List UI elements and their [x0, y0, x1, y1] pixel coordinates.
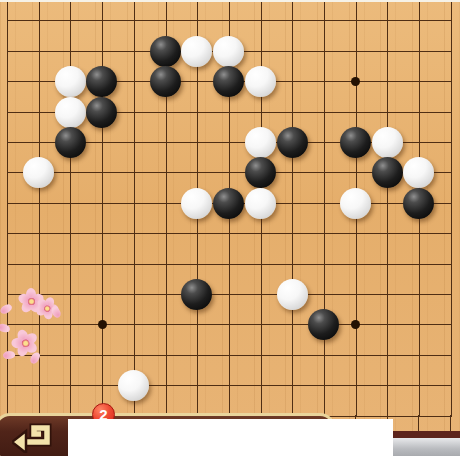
- stone-white: [181, 188, 212, 219]
- screen-top-edge: [0, 0, 460, 2]
- stone-black: [150, 36, 181, 67]
- stone-black: [86, 97, 117, 128]
- return-button[interactable]: [12, 421, 59, 453]
- stone-white: [23, 157, 54, 188]
- stone-black: [372, 157, 403, 188]
- stone-black: [340, 127, 371, 158]
- stone-white: [403, 157, 434, 188]
- stone-black: [245, 157, 276, 188]
- stone-black: [403, 188, 434, 219]
- stone-black: [86, 66, 117, 97]
- stone-white: [55, 66, 86, 97]
- stone-white: [245, 188, 276, 219]
- return-arrow-icon: [12, 421, 59, 453]
- stone-white: [181, 36, 212, 67]
- board-bottom-rim: [385, 431, 460, 438]
- stone-white: [118, 370, 149, 401]
- stone-black: [213, 66, 244, 97]
- stone-white: [245, 127, 276, 158]
- stone-black: [277, 127, 308, 158]
- stone-white: [213, 36, 244, 67]
- stone-black: [181, 279, 212, 310]
- blank-white-panel: [68, 419, 393, 456]
- stone-white: [340, 188, 371, 219]
- stone-black: [150, 66, 181, 97]
- gomoku-app-screen: 2: [0, 0, 460, 456]
- stone-white: [245, 66, 276, 97]
- stone-black: [55, 127, 86, 158]
- stone-black: [213, 188, 244, 219]
- stone-white: [372, 127, 403, 158]
- stone-black: [308, 309, 339, 340]
- background-below-board: [385, 438, 460, 456]
- stone-white: [55, 97, 86, 128]
- stones-layer[interactable]: [0, 0, 460, 431]
- stone-white: [277, 279, 308, 310]
